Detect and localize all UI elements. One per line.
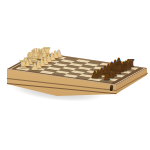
product-photo: ♜♟♞♟♝♟♛♟♚♟♝♟♟♞♜♟♟♜♞♟♟♝♟♛♟♚♟♝♟♞♟♜ (0, 0, 150, 150)
board-square (99, 79, 114, 83)
